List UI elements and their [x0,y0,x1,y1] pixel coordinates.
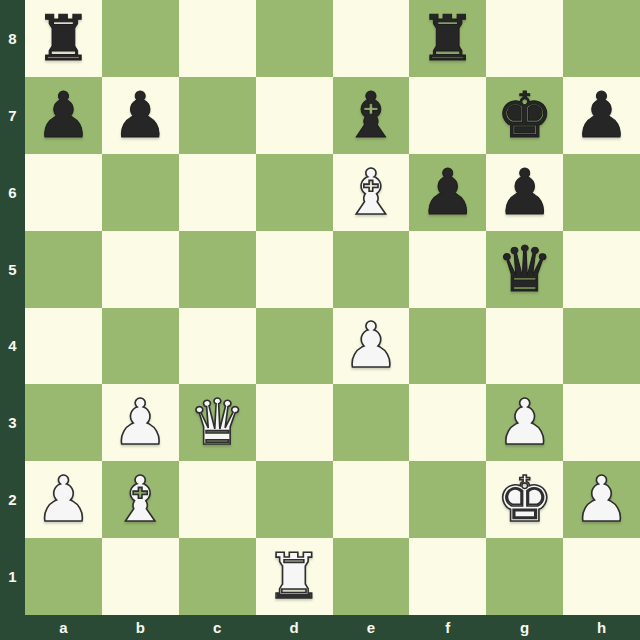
piece-white-rook[interactable]: ♜ [266,545,322,608]
square-g6[interactable]: ♟ [486,154,563,231]
square-f1[interactable] [409,538,486,615]
piece-white-bishop[interactable]: ♝ [112,468,168,531]
square-g4[interactable] [486,308,563,385]
file-label-b: b [102,615,179,640]
square-b3[interactable]: ♟ [102,384,179,461]
square-d4[interactable] [256,308,333,385]
square-a2[interactable]: ♟ [25,461,102,538]
square-b5[interactable] [102,231,179,308]
file-label-h: h [563,615,640,640]
piece-black-queen[interactable]: ♛ [496,238,552,301]
square-f5[interactable] [409,231,486,308]
square-e4[interactable]: ♟ [333,308,410,385]
file-label-e: e [333,615,410,640]
piece-white-pawn[interactable]: ♟ [35,468,91,531]
square-b1[interactable] [102,538,179,615]
square-g1[interactable] [486,538,563,615]
piece-black-pawn[interactable]: ♟ [573,84,629,147]
piece-white-pawn[interactable]: ♟ [496,391,552,454]
square-h5[interactable] [563,231,640,308]
square-d6[interactable] [256,154,333,231]
square-h4[interactable] [563,308,640,385]
square-f6[interactable]: ♟ [409,154,486,231]
rank-label-5: 5 [0,231,25,308]
square-a5[interactable] [25,231,102,308]
file-label-c: c [179,615,256,640]
square-a1[interactable] [25,538,102,615]
board-corner [0,615,25,640]
square-e3[interactable] [333,384,410,461]
square-d7[interactable] [256,77,333,154]
square-b8[interactable] [102,0,179,77]
square-d2[interactable] [256,461,333,538]
square-c7[interactable] [179,77,256,154]
square-h7[interactable]: ♟ [563,77,640,154]
file-label-a: a [25,615,102,640]
square-b4[interactable] [102,308,179,385]
square-d1[interactable]: ♜ [256,538,333,615]
piece-white-king[interactable]: ♚ [496,468,552,531]
square-e1[interactable] [333,538,410,615]
piece-black-pawn[interactable]: ♟ [420,161,476,224]
file-label-d: d [256,615,333,640]
square-a7[interactable]: ♟ [25,77,102,154]
square-f8[interactable]: ♜ [409,0,486,77]
square-c4[interactable] [179,308,256,385]
rank-label-1: 1 [0,538,25,615]
square-b6[interactable] [102,154,179,231]
file-label-g: g [486,615,563,640]
square-h1[interactable] [563,538,640,615]
square-f7[interactable] [409,77,486,154]
piece-white-pawn[interactable]: ♟ [573,468,629,531]
square-a4[interactable] [25,308,102,385]
square-h6[interactable] [563,154,640,231]
square-f4[interactable] [409,308,486,385]
square-e7[interactable]: ♝ [333,77,410,154]
square-e8[interactable] [333,0,410,77]
rank-label-4: 4 [0,308,25,385]
piece-black-pawn[interactable]: ♟ [35,84,91,147]
piece-black-rook[interactable]: ♜ [35,7,91,70]
square-h8[interactable] [563,0,640,77]
square-c3[interactable]: ♛ [179,384,256,461]
square-c6[interactable] [179,154,256,231]
square-g8[interactable] [486,0,563,77]
square-d3[interactable] [256,384,333,461]
square-b7[interactable]: ♟ [102,77,179,154]
square-c2[interactable] [179,461,256,538]
square-h3[interactable] [563,384,640,461]
square-g7[interactable]: ♚ [486,77,563,154]
square-c5[interactable] [179,231,256,308]
square-f2[interactable] [409,461,486,538]
file-labels: abcdefgh [25,615,640,640]
square-e6[interactable]: ♝ [333,154,410,231]
rank-label-8: 8 [0,0,25,77]
square-a8[interactable]: ♜ [25,0,102,77]
square-c8[interactable] [179,0,256,77]
square-g5[interactable]: ♛ [486,231,563,308]
rank-label-6: 6 [0,154,25,231]
piece-black-pawn[interactable]: ♟ [112,84,168,147]
chess-board-frame: 87654321 ♜♜♟♟♝♚♟♝♟♟♛♟♟♛♟♟♝♚♟♜ abcdefgh [0,0,640,640]
file-label-f: f [409,615,486,640]
chess-board: ♜♜♟♟♝♚♟♝♟♟♛♟♟♛♟♟♝♚♟♜ [25,0,640,615]
piece-black-king[interactable]: ♚ [496,84,552,147]
rank-labels: 87654321 [0,0,25,615]
rank-label-7: 7 [0,77,25,154]
square-g2[interactable]: ♚ [486,461,563,538]
square-f3[interactable] [409,384,486,461]
square-h2[interactable]: ♟ [563,461,640,538]
piece-white-pawn[interactable]: ♟ [343,314,399,377]
piece-black-rook[interactable]: ♜ [420,7,476,70]
square-e5[interactable] [333,231,410,308]
square-a3[interactable] [25,384,102,461]
piece-white-queen[interactable]: ♛ [189,391,245,454]
square-d5[interactable] [256,231,333,308]
square-c1[interactable] [179,538,256,615]
square-g3[interactable]: ♟ [486,384,563,461]
square-e2[interactable] [333,461,410,538]
rank-label-3: 3 [0,384,25,461]
square-d8[interactable] [256,0,333,77]
piece-black-bishop[interactable]: ♝ [343,84,399,147]
rank-label-2: 2 [0,461,25,538]
piece-white-pawn[interactable]: ♟ [112,391,168,454]
piece-black-pawn[interactable]: ♟ [496,161,552,224]
square-a6[interactable] [25,154,102,231]
square-b2[interactable]: ♝ [102,461,179,538]
piece-white-bishop[interactable]: ♝ [343,161,399,224]
